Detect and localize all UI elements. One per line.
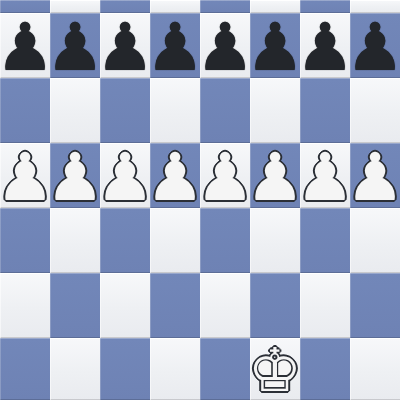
square-b4[interactable] bbox=[50, 208, 100, 273]
square-c3[interactable] bbox=[100, 273, 150, 338]
square-f6[interactable] bbox=[250, 78, 300, 143]
white-king[interactable]: ♚ bbox=[248, 340, 302, 400]
square-f2[interactable]: ♚ bbox=[250, 338, 300, 400]
square-g4[interactable] bbox=[300, 208, 350, 273]
square-g5[interactable]: ♟ bbox=[300, 143, 350, 208]
square-a4[interactable] bbox=[0, 208, 50, 273]
square-d3[interactable] bbox=[150, 273, 200, 338]
square-f3[interactable] bbox=[250, 273, 300, 338]
white-pawn[interactable]: ♟ bbox=[345, 145, 400, 211]
square-c2[interactable] bbox=[100, 338, 150, 400]
square-d2[interactable] bbox=[150, 338, 200, 400]
square-a3[interactable] bbox=[0, 273, 50, 338]
square-c5[interactable]: ♟ bbox=[100, 143, 150, 208]
square-h2[interactable] bbox=[350, 338, 400, 400]
square-g2[interactable] bbox=[300, 338, 350, 400]
chess-board-window: ♟♟♟♟♟♟♟♟♟♟♟♟♟♟♟♟♚ bbox=[0, 0, 400, 400]
square-h7[interactable]: ♟ bbox=[350, 13, 400, 78]
square-c4[interactable] bbox=[100, 208, 150, 273]
square-e4[interactable] bbox=[200, 208, 250, 273]
square-b5[interactable]: ♟ bbox=[50, 143, 100, 208]
square-f5[interactable]: ♟ bbox=[250, 143, 300, 208]
square-g3[interactable] bbox=[300, 273, 350, 338]
square-e7[interactable]: ♟ bbox=[200, 13, 250, 78]
square-a7[interactable]: ♟ bbox=[0, 13, 50, 78]
square-g7[interactable]: ♟ bbox=[300, 13, 350, 78]
square-h3[interactable] bbox=[350, 273, 400, 338]
square-d5[interactable]: ♟ bbox=[150, 143, 200, 208]
square-c6[interactable] bbox=[100, 78, 150, 143]
square-c7[interactable]: ♟ bbox=[100, 13, 150, 78]
square-a5[interactable]: ♟ bbox=[0, 143, 50, 208]
square-e3[interactable] bbox=[200, 273, 250, 338]
square-a2[interactable] bbox=[0, 338, 50, 400]
square-d7[interactable]: ♟ bbox=[150, 13, 200, 78]
square-h5[interactable]: ♟ bbox=[350, 143, 400, 208]
square-e6[interactable] bbox=[200, 78, 250, 143]
square-b6[interactable] bbox=[50, 78, 100, 143]
square-f4[interactable] bbox=[250, 208, 300, 273]
square-a6[interactable] bbox=[0, 78, 50, 143]
square-b2[interactable] bbox=[50, 338, 100, 400]
square-h4[interactable] bbox=[350, 208, 400, 273]
square-d6[interactable] bbox=[150, 78, 200, 143]
square-f7[interactable]: ♟ bbox=[250, 13, 300, 78]
square-b3[interactable] bbox=[50, 273, 100, 338]
square-e5[interactable]: ♟ bbox=[200, 143, 250, 208]
black-pawn[interactable]: ♟ bbox=[345, 15, 400, 81]
chess-board: ♟♟♟♟♟♟♟♟♟♟♟♟♟♟♟♟♚ bbox=[0, 0, 400, 400]
square-d4[interactable] bbox=[150, 208, 200, 273]
square-b7[interactable]: ♟ bbox=[50, 13, 100, 78]
square-e2[interactable] bbox=[200, 338, 250, 400]
square-h6[interactable] bbox=[350, 78, 400, 143]
square-g6[interactable] bbox=[300, 78, 350, 143]
